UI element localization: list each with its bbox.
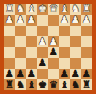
square-b7[interactable]: ♟ [70, 69, 81, 80]
square-e5[interactable] [37, 47, 48, 58]
square-f6[interactable] [26, 58, 37, 69]
square-e7[interactable] [37, 69, 48, 80]
square-a8[interactable]: ♜ [81, 79, 92, 90]
square-c3[interactable] [59, 26, 70, 37]
piece-white-rook[interactable]: ♜ [82, 4, 91, 14]
square-g2[interactable]: ♟ [15, 15, 26, 26]
square-a7[interactable]: ♟ [81, 69, 92, 80]
square-d6[interactable] [48, 58, 59, 69]
piece-black-pawn[interactable]: ♟ [38, 58, 47, 68]
square-d1[interactable]: ♛ [48, 4, 59, 15]
square-c6[interactable] [59, 58, 70, 69]
piece-black-pawn[interactable]: ♟ [82, 69, 91, 79]
piece-black-pawn[interactable]: ♟ [71, 69, 80, 79]
piece-black-queen[interactable]: ♛ [49, 79, 58, 89]
piece-white-pawn[interactable]: ♟ [5, 15, 14, 25]
piece-black-pawn[interactable]: ♟ [27, 69, 36, 79]
piece-black-bishop[interactable]: ♝ [60, 79, 69, 89]
square-g4[interactable] [15, 36, 26, 47]
square-f4[interactable] [26, 36, 37, 47]
piece-black-knight[interactable]: ♞ [16, 79, 25, 89]
square-h7[interactable]: ♟ [4, 69, 15, 80]
square-a2[interactable]: ♟ [81, 15, 92, 26]
square-c2[interactable]: ♟ [59, 15, 70, 26]
square-f3[interactable] [26, 26, 37, 37]
square-f5[interactable] [26, 47, 37, 58]
square-a4[interactable] [81, 36, 92, 47]
square-e8[interactable]: ♚ [37, 79, 48, 90]
square-d4[interactable]: ♟ [48, 36, 59, 47]
square-c7[interactable]: ♟ [59, 69, 70, 80]
square-d7[interactable] [48, 69, 59, 80]
piece-black-rook[interactable]: ♜ [5, 79, 14, 89]
square-f8[interactable]: ♝ [26, 79, 37, 90]
piece-black-pawn[interactable]: ♟ [49, 47, 58, 57]
chess-board: ♜♞♝♚♛♝♞♜♟♟♟♟♟♟♟♟♟♟♟♟♟♟♟♟♜♞♝♚♛♝♞♜ [4, 4, 92, 90]
square-g1[interactable]: ♞ [15, 4, 26, 15]
square-h5[interactable] [4, 47, 15, 58]
piece-black-king[interactable]: ♚ [38, 79, 47, 89]
square-g6[interactable] [15, 58, 26, 69]
square-g5[interactable] [15, 47, 26, 58]
piece-black-pawn[interactable]: ♟ [60, 69, 69, 79]
piece-white-pawn[interactable]: ♟ [71, 15, 80, 25]
square-d2[interactable] [48, 15, 59, 26]
square-b4[interactable] [70, 36, 81, 47]
square-b5[interactable] [70, 47, 81, 58]
square-c5[interactable] [59, 47, 70, 58]
piece-white-knight[interactable]: ♞ [16, 4, 25, 14]
square-c4[interactable] [59, 36, 70, 47]
piece-black-bishop[interactable]: ♝ [27, 79, 36, 89]
piece-white-bishop[interactable]: ♝ [60, 4, 69, 14]
piece-black-pawn[interactable]: ♟ [5, 69, 14, 79]
square-c8[interactable]: ♝ [59, 79, 70, 90]
square-h2[interactable]: ♟ [4, 15, 15, 26]
square-e2[interactable] [37, 15, 48, 26]
square-a5[interactable] [81, 47, 92, 58]
piece-white-pawn[interactable]: ♟ [60, 15, 69, 25]
square-a3[interactable] [81, 26, 92, 37]
square-f7[interactable]: ♟ [26, 69, 37, 80]
square-f1[interactable]: ♝ [26, 4, 37, 15]
square-b8[interactable]: ♞ [70, 79, 81, 90]
piece-white-pawn[interactable]: ♟ [82, 15, 91, 25]
square-e6[interactable]: ♟ [37, 58, 48, 69]
square-g8[interactable]: ♞ [15, 79, 26, 90]
square-e4[interactable]: ♟ [37, 36, 48, 47]
square-h3[interactable] [4, 26, 15, 37]
square-b2[interactable]: ♟ [70, 15, 81, 26]
piece-white-king[interactable]: ♚ [38, 4, 47, 14]
square-e3[interactable] [37, 26, 48, 37]
board-frame: ♜♞♝♚♛♝♞♜♟♟♟♟♟♟♟♟♟♟♟♟♟♟♟♟♜♞♝♚♛♝♞♜ [0, 0, 96, 94]
square-b1[interactable]: ♞ [70, 4, 81, 15]
piece-black-pawn[interactable]: ♟ [16, 69, 25, 79]
piece-white-rook[interactable]: ♜ [5, 4, 14, 14]
piece-black-rook[interactable]: ♜ [82, 79, 91, 89]
piece-white-pawn[interactable]: ♟ [38, 36, 47, 46]
square-h6[interactable] [4, 58, 15, 69]
piece-black-knight[interactable]: ♞ [71, 79, 80, 89]
piece-white-pawn[interactable]: ♟ [49, 36, 58, 46]
square-h4[interactable] [4, 36, 15, 47]
square-d3[interactable] [48, 26, 59, 37]
square-a1[interactable]: ♜ [81, 4, 92, 15]
square-d5[interactable]: ♟ [48, 47, 59, 58]
square-g7[interactable]: ♟ [15, 69, 26, 80]
square-b6[interactable] [70, 58, 81, 69]
piece-white-bishop[interactable]: ♝ [27, 4, 36, 14]
square-h8[interactable]: ♜ [4, 79, 15, 90]
piece-white-knight[interactable]: ♞ [71, 4, 80, 14]
piece-white-pawn[interactable]: ♟ [16, 15, 25, 25]
square-a6[interactable] [81, 58, 92, 69]
piece-white-queen[interactable]: ♛ [49, 4, 58, 14]
square-f2[interactable]: ♟ [26, 15, 37, 26]
square-g3[interactable] [15, 26, 26, 37]
square-e1[interactable]: ♚ [37, 4, 48, 15]
square-c1[interactable]: ♝ [59, 4, 70, 15]
square-b3[interactable] [70, 26, 81, 37]
piece-white-pawn[interactable]: ♟ [27, 15, 36, 25]
square-h1[interactable]: ♜ [4, 4, 15, 15]
square-d8[interactable]: ♛ [48, 79, 59, 90]
